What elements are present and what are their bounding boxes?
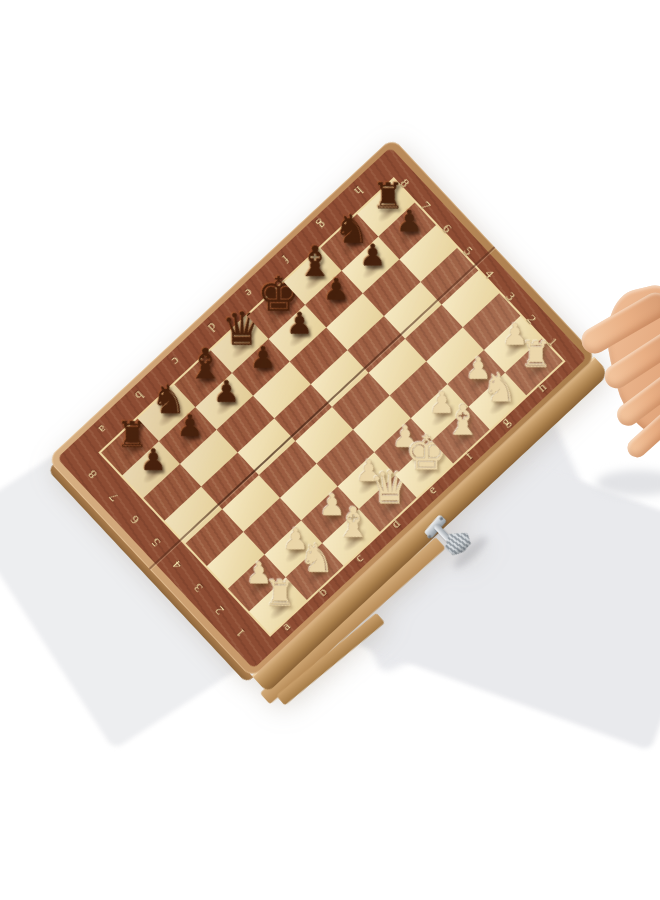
file-label-near-b: b [315,584,329,598]
rank-label-right-4: 4 [482,267,496,281]
dark-pawn-h7: ♟ [396,206,423,236]
dark-pawn-d7: ♟ [249,343,276,373]
file-label-far-e: e [242,286,255,299]
file-label-far-h: h [352,184,366,198]
file-label-far-c: c [169,354,182,367]
file-label-far-g: g [315,218,329,232]
dark-pawn-g7: ♟ [359,240,386,270]
file-label-near-a: a [279,619,292,632]
rank-label-left-4: 4 [169,558,183,572]
file-label-far-d: d [206,320,220,334]
rank-label-right-7: 7 [419,199,433,213]
rank-label-left-1: 1 [233,626,247,640]
file-label-near-d: d [388,516,402,530]
dark-pawn-f7: ♟ [323,274,350,304]
file-label-near-e: e [425,482,438,495]
dark-pawn-b7: ♟ [176,411,203,441]
rank-label-right-3: 3 [503,289,517,303]
file-label-near-g: g [498,414,512,428]
rank-label-left-2: 2 [211,604,225,618]
dark-pawn-c7: ♟ [213,377,240,407]
file-label-far-b: b [132,388,146,402]
rank-label-left-8: 8 [85,468,99,482]
rank-label-left-3: 3 [190,581,204,595]
dark-pawn-e7: ♟ [286,308,313,338]
rank-label-right-6: 6 [440,221,454,235]
rank-label-right-5: 5 [461,244,475,258]
rank-label-left-5: 5 [148,536,162,550]
file-label-far-f: f [279,253,291,265]
file-label-far-a: a [96,423,109,436]
rank-label-left-7: 7 [106,490,120,504]
dark-pawn-a7: ♟ [140,445,167,475]
scene: ♜♞♝♛♚♝♞♜♟♟♟♟♟♟♟♟♟♟♟♟♟♟♟♟♜♞♝♛♚♝♞♜ aabbccd… [0,0,660,900]
rank-label-right-2: 2 [524,312,538,326]
file-label-near-h: h [535,380,549,394]
rank-label-left-6: 6 [127,513,141,527]
file-label-near-c: c [352,550,365,563]
